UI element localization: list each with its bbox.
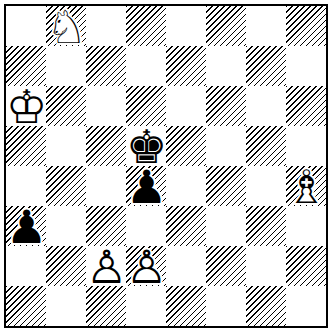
square-h7[interactable] — [286, 46, 326, 86]
square-g6[interactable] — [246, 86, 286, 126]
square-h3[interactable] — [286, 206, 326, 246]
square-d8[interactable] — [126, 6, 166, 46]
square-b6[interactable] — [46, 86, 86, 126]
white-pawn-c2[interactable]: ♟♙ — [86, 246, 126, 286]
square-e2[interactable] — [166, 246, 206, 286]
square-e5[interactable] — [166, 126, 206, 166]
square-b5[interactable] — [46, 126, 86, 166]
square-c7[interactable] — [86, 46, 126, 86]
square-g8[interactable] — [246, 6, 286, 46]
white-bishop-glyph: ♗ — [286, 166, 326, 206]
white-king-glyph: ♔ — [6, 86, 46, 126]
white-knight-glyph: ♘ — [46, 6, 86, 46]
square-c2[interactable]: ♟♙ — [86, 246, 126, 286]
white-bishop-h4[interactable]: ♝♗ — [286, 166, 326, 206]
white-pawn-glyph: ♙ — [86, 246, 126, 286]
chess-board-frame: ♞♘♚♔♚♚♟♟♝♗♟♟♟♙♟♙ — [4, 4, 328, 328]
square-h4[interactable]: ♝♗ — [286, 166, 326, 206]
square-g7[interactable] — [246, 46, 286, 86]
square-e4[interactable] — [166, 166, 206, 206]
square-b1[interactable] — [46, 286, 86, 326]
square-d6[interactable] — [126, 86, 166, 126]
square-c5[interactable] — [86, 126, 126, 166]
black-pawn-glyph: ♟ — [126, 166, 166, 206]
square-c1[interactable] — [86, 286, 126, 326]
square-a7[interactable] — [6, 46, 46, 86]
square-a4[interactable] — [6, 166, 46, 206]
square-g1[interactable] — [246, 286, 286, 326]
black-pawn-d4[interactable]: ♟♟ — [126, 166, 166, 206]
square-b2[interactable] — [46, 246, 86, 286]
square-f4[interactable] — [206, 166, 246, 206]
white-knight-b8[interactable]: ♞♘ — [46, 6, 86, 46]
square-a1[interactable] — [6, 286, 46, 326]
black-pawn-glyph: ♟ — [6, 206, 46, 246]
square-e8[interactable] — [166, 6, 206, 46]
square-a3[interactable]: ♟♟ — [6, 206, 46, 246]
square-a2[interactable] — [6, 246, 46, 286]
square-g2[interactable] — [246, 246, 286, 286]
square-g3[interactable] — [246, 206, 286, 246]
square-c8[interactable] — [86, 6, 126, 46]
square-d5[interactable]: ♚♚ — [126, 126, 166, 166]
black-king-d5[interactable]: ♚♚ — [126, 126, 166, 166]
chess-board: ♞♘♚♔♚♚♟♟♝♗♟♟♟♙♟♙ — [6, 6, 326, 326]
square-c6[interactable] — [86, 86, 126, 126]
square-d4[interactable]: ♟♟ — [126, 166, 166, 206]
square-f3[interactable] — [206, 206, 246, 246]
square-h2[interactable] — [286, 246, 326, 286]
square-f7[interactable] — [206, 46, 246, 86]
square-h5[interactable] — [286, 126, 326, 166]
square-f6[interactable] — [206, 86, 246, 126]
square-c4[interactable] — [86, 166, 126, 206]
square-a6[interactable]: ♚♔ — [6, 86, 46, 126]
square-h1[interactable] — [286, 286, 326, 326]
square-b8[interactable]: ♞♘ — [46, 6, 86, 46]
square-e7[interactable] — [166, 46, 206, 86]
square-e6[interactable] — [166, 86, 206, 126]
square-f5[interactable] — [206, 126, 246, 166]
black-king-glyph: ♚ — [126, 126, 166, 166]
square-g5[interactable] — [246, 126, 286, 166]
square-b3[interactable] — [46, 206, 86, 246]
white-king-a6[interactable]: ♚♔ — [6, 86, 46, 126]
square-d3[interactable] — [126, 206, 166, 246]
square-e3[interactable] — [166, 206, 206, 246]
white-pawn-glyph: ♙ — [126, 246, 166, 286]
square-b7[interactable] — [46, 46, 86, 86]
square-g4[interactable] — [246, 166, 286, 206]
square-d1[interactable] — [126, 286, 166, 326]
white-pawn-d2[interactable]: ♟♙ — [126, 246, 166, 286]
square-a5[interactable] — [6, 126, 46, 166]
black-pawn-a3[interactable]: ♟♟ — [6, 206, 46, 246]
square-f2[interactable] — [206, 246, 246, 286]
square-b4[interactable] — [46, 166, 86, 206]
square-c3[interactable] — [86, 206, 126, 246]
square-h6[interactable] — [286, 86, 326, 126]
square-h8[interactable] — [286, 6, 326, 46]
square-d2[interactable]: ♟♙ — [126, 246, 166, 286]
square-a8[interactable] — [6, 6, 46, 46]
square-f8[interactable] — [206, 6, 246, 46]
square-f1[interactable] — [206, 286, 246, 326]
square-e1[interactable] — [166, 286, 206, 326]
square-d7[interactable] — [126, 46, 166, 86]
